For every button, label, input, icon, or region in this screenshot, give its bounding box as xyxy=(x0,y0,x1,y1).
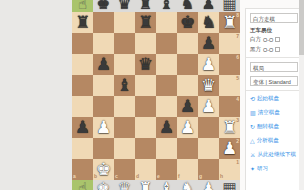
link-label: 分析棋盘 xyxy=(257,137,279,144)
spare-black-bishop[interactable]: ♝ xyxy=(156,0,177,12)
black-rook[interactable]: ♜ xyxy=(135,12,156,33)
square-g4[interactable]: ♟ xyxy=(198,96,219,117)
scrollbar[interactable] xyxy=(299,0,304,190)
square-b8[interactable] xyxy=(93,12,114,33)
trash-icon: ▥ xyxy=(250,110,256,116)
castling-row-black: 黑方O-O xyxy=(250,46,299,53)
chess-board: ♜♜♚♞8♜♟7♟♛♟6♝♛5♟♟4♟♟♟♟3♜2♟ab♚cdefg1h xyxy=(72,12,240,180)
spare-white-trash-tool[interactable]: ▦ xyxy=(219,180,240,190)
restart-icon: ⟲ xyxy=(250,96,255,102)
square-b7[interactable] xyxy=(93,33,114,54)
black-pawn[interactable]: ♟ xyxy=(198,33,219,54)
square-c6[interactable] xyxy=(114,54,135,75)
white-pawn[interactable]: ♟ xyxy=(93,117,114,138)
square-d3[interactable] xyxy=(135,117,156,138)
rank-label: 7 xyxy=(236,34,239,39)
swords-icon: ⚔ xyxy=(250,152,255,158)
square-c3[interactable] xyxy=(114,117,135,138)
trash-icon: ▦ xyxy=(219,180,240,190)
spare-black-hand-tool[interactable]: ☝ xyxy=(72,0,93,12)
square-e6[interactable] xyxy=(156,54,177,75)
square-h7[interactable]: 7 xyxy=(219,33,240,54)
square-h4[interactable]: 4 xyxy=(219,96,240,117)
square-a3[interactable]: ♟ xyxy=(72,117,93,138)
black-bishop[interactable]: ♝ xyxy=(114,75,135,96)
link-label: 研习 xyxy=(257,165,268,172)
square-h1[interactable]: 1h xyxy=(219,159,240,180)
link-label: 翻转棋盘 xyxy=(257,123,279,130)
square-f5[interactable] xyxy=(177,75,198,96)
black-queen[interactable]: ♛ xyxy=(135,54,156,75)
position-select[interactable]: 棋局 xyxy=(250,62,298,72)
rank-label: 1 xyxy=(236,160,239,165)
castling-move-label: O-O xyxy=(263,37,273,43)
square-e3[interactable]: ♟ xyxy=(156,117,177,138)
link-起始棋盘[interactable]: ⟲起始棋盘 xyxy=(250,95,299,102)
square-b1[interactable]: b♚ xyxy=(93,159,114,180)
rank-label: 4 xyxy=(236,97,239,102)
link-清空棋盘[interactable]: ▥清空棋盘 xyxy=(250,109,299,116)
square-c1[interactable]: c xyxy=(114,159,135,180)
black-rook[interactable]: ♜ xyxy=(72,12,93,33)
square-g5[interactable]: ♛ xyxy=(198,75,219,96)
square-d5[interactable] xyxy=(135,75,156,96)
knight-icon: ♞ xyxy=(177,180,198,190)
square-e5[interactable] xyxy=(156,75,177,96)
link-从此处继续下棋[interactable]: ⚔从此处继续下棋 xyxy=(250,151,299,158)
square-g2[interactable] xyxy=(198,138,219,159)
white-rook[interactable]: ♜ xyxy=(219,12,240,33)
castling-move-label: O-O xyxy=(263,47,273,53)
castling-title: 王车易位 xyxy=(250,27,299,34)
square-h5[interactable]: 5 xyxy=(219,75,240,96)
square-h6[interactable]: 6 xyxy=(219,54,240,75)
square-h3[interactable]: 3♜ xyxy=(219,117,240,138)
black-pawn[interactable]: ♟ xyxy=(93,54,114,75)
castling-checkbox[interactable] xyxy=(275,47,280,52)
rook-icon: ♜ xyxy=(135,180,156,190)
link-翻转棋盘[interactable]: ↻翻转棋盘 xyxy=(250,123,299,130)
square-a8[interactable]: ♜ xyxy=(72,12,93,33)
white-pawn[interactable]: ♟ xyxy=(219,138,240,159)
square-f7[interactable] xyxy=(177,33,198,54)
square-d7[interactable] xyxy=(135,33,156,54)
rank-label: 5 xyxy=(236,76,239,81)
square-a5[interactable] xyxy=(72,75,93,96)
square-c4[interactable] xyxy=(114,96,135,117)
variant-select[interactable]: 变体 | Standard xyxy=(250,76,298,86)
square-b2[interactable] xyxy=(93,138,114,159)
rook-icon: ♜ xyxy=(135,0,156,12)
spare-black-rook[interactable]: ♜ xyxy=(135,0,156,12)
file-label: e xyxy=(157,174,160,179)
square-e7[interactable] xyxy=(156,33,177,54)
queen-icon: ♛ xyxy=(114,180,135,190)
square-e8[interactable] xyxy=(156,12,177,33)
white-queen[interactable]: ♛ xyxy=(198,75,219,96)
scrollbar-thumb[interactable] xyxy=(299,0,304,55)
king-icon: ♚ xyxy=(93,180,114,190)
square-c5[interactable]: ♝ xyxy=(114,75,135,96)
square-f6[interactable] xyxy=(177,54,198,75)
square-c2[interactable] xyxy=(114,138,135,159)
square-e1[interactable]: e xyxy=(156,159,177,180)
white-king[interactable]: ♚ xyxy=(93,159,114,180)
file-label: a xyxy=(73,174,76,179)
castling-side-label: 黑方 xyxy=(250,46,261,53)
square-d8[interactable]: ♜ xyxy=(135,12,156,33)
white-rook[interactable]: ♜ xyxy=(219,117,240,138)
square-g3[interactable] xyxy=(198,117,219,138)
flip-icon: ↻ xyxy=(250,124,255,130)
hand-icon: ☝ xyxy=(72,180,93,190)
file-label: c xyxy=(115,174,118,179)
queen-icon: ♛ xyxy=(114,0,135,12)
square-d1[interactable]: d xyxy=(135,159,156,180)
editor-card: 白方走棋 王车易位 白方O-O黑方O-O 棋局 变体 | Standard ⟲起… xyxy=(245,8,299,190)
spare-white-queen[interactable]: ♛ xyxy=(114,180,135,190)
square-c8[interactable] xyxy=(114,12,135,33)
square-b3[interactable]: ♟ xyxy=(93,117,114,138)
file-label: f xyxy=(178,174,180,179)
square-f4[interactable]: ♟ xyxy=(177,96,198,117)
square-f3[interactable]: ♟ xyxy=(177,117,198,138)
castling-side-label: 白方 xyxy=(250,36,261,43)
square-a1[interactable]: a xyxy=(72,159,93,180)
editor-panel: 白方走棋 王车易位 白方O-O黑方O-O 棋局 变体 | Standard ⟲起… xyxy=(240,0,299,190)
bishop-icon: ♝ xyxy=(156,180,177,190)
square-a7[interactable] xyxy=(72,33,93,54)
square-d2[interactable] xyxy=(135,138,156,159)
file-label: h xyxy=(220,174,223,179)
spare-black-trash-tool[interactable]: ▦ xyxy=(219,0,240,12)
turn-select[interactable]: 白方走棋 xyxy=(250,13,298,23)
white-pawn[interactable]: ♟ xyxy=(198,96,219,117)
castling-checkbox[interactable] xyxy=(275,37,280,42)
knight-icon: ♞ xyxy=(177,0,198,12)
castling-row-white: 白方O-O xyxy=(250,36,299,43)
square-g8[interactable]: ♞ xyxy=(198,12,219,33)
hand-icon: ☝ xyxy=(72,0,93,12)
trash-icon: ▦ xyxy=(219,0,240,12)
pawn-icon: ♟ xyxy=(198,0,219,12)
spare-black-king[interactable]: ♚ xyxy=(93,0,114,12)
analysis-icon: △ xyxy=(250,138,255,144)
spare-black-knight[interactable]: ♞ xyxy=(177,0,198,12)
king-icon: ♚ xyxy=(93,0,114,12)
square-g1[interactable]: g xyxy=(198,159,219,180)
square-d4[interactable] xyxy=(135,96,156,117)
white-pawn[interactable]: ♟ xyxy=(198,54,219,75)
square-c7[interactable] xyxy=(114,33,135,54)
black-pawn[interactable]: ♟ xyxy=(156,117,177,138)
square-h2[interactable]: 2♟ xyxy=(219,138,240,159)
square-d6[interactable]: ♛ xyxy=(135,54,156,75)
square-g7[interactable]: ♟ xyxy=(198,33,219,54)
link-分析棋盘[interactable]: △分析棋盘 xyxy=(250,137,299,144)
spare-white-pawn[interactable]: ♟ xyxy=(198,180,219,190)
file-label: d xyxy=(136,174,139,179)
pawn-icon: ♟ xyxy=(198,180,219,190)
divider xyxy=(246,57,299,58)
black-pawn[interactable]: ♟ xyxy=(72,117,93,138)
square-e2[interactable] xyxy=(156,138,177,159)
link-label: 从此处继续下棋 xyxy=(257,151,296,158)
spare-white-bishop[interactable]: ♝ xyxy=(156,180,177,190)
rank-label: 6 xyxy=(236,55,239,60)
square-b6[interactable]: ♟ xyxy=(93,54,114,75)
study-icon: ✦ xyxy=(250,166,255,172)
white-pawn[interactable]: ♟ xyxy=(177,117,198,138)
spare-black-queen[interactable]: ♛ xyxy=(114,0,135,12)
spare-white-hand-tool[interactable]: ☝ xyxy=(72,180,93,190)
link-label: 清空棋盘 xyxy=(258,109,280,116)
square-f8[interactable]: ♚ xyxy=(177,12,198,33)
spare-pieces-black: ☝♚♛♜♝♞♟▦ xyxy=(72,0,240,12)
black-king[interactable]: ♚ xyxy=(177,12,198,33)
square-a4[interactable] xyxy=(72,96,93,117)
square-b5[interactable] xyxy=(93,75,114,96)
square-e4[interactable] xyxy=(156,96,177,117)
link-研习[interactable]: ✦研习 xyxy=(250,165,299,172)
square-h8[interactable]: 8♜ xyxy=(219,12,240,33)
spare-white-knight[interactable]: ♞ xyxy=(177,180,198,190)
square-a2[interactable] xyxy=(72,138,93,159)
bishop-icon: ♝ xyxy=(156,0,177,12)
square-f1[interactable]: f xyxy=(177,159,198,180)
spare-black-pawn[interactable]: ♟ xyxy=(198,0,219,12)
square-b4[interactable] xyxy=(93,96,114,117)
link-label: 起始棋盘 xyxy=(257,95,279,102)
square-a6[interactable] xyxy=(72,54,93,75)
file-label: g xyxy=(199,174,202,179)
square-f2[interactable] xyxy=(177,138,198,159)
black-knight[interactable]: ♞ xyxy=(198,12,219,33)
spare-white-king[interactable]: ♚ xyxy=(93,180,114,190)
spare-pieces-white: ☝♚♛♜♝♞♟▦ xyxy=(72,180,240,190)
black-pawn[interactable]: ♟ xyxy=(177,96,198,117)
square-g6[interactable]: ♟ xyxy=(198,54,219,75)
divider xyxy=(246,90,299,91)
spare-white-rook[interactable]: ♜ xyxy=(135,180,156,190)
